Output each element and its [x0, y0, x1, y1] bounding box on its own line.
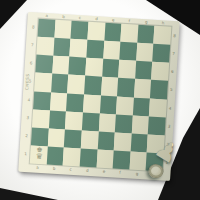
file-label-bottom: d [86, 169, 89, 173]
file-label-top: c [79, 16, 81, 20]
board-square [153, 44, 171, 63]
rank-label-left: 1 [24, 152, 27, 156]
board-photo: CHESS aabbccddeeffgghh8877665544332211 ♚… [0, 0, 200, 200]
board-square [84, 76, 102, 95]
board-square [32, 109, 50, 128]
board-square [114, 132, 132, 151]
rank-label-left: 4 [28, 98, 31, 102]
board-square [98, 113, 116, 132]
board-square [83, 94, 101, 113]
board-square [150, 80, 168, 99]
board-square [67, 75, 85, 94]
board-square [35, 55, 53, 74]
board-square [64, 129, 82, 148]
board-square [154, 26, 172, 45]
fallen-white-pawn: ♟ [146, 136, 175, 182]
board-square [132, 115, 150, 134]
board-square [82, 112, 100, 131]
file-label-top: b [62, 15, 65, 19]
board-square [148, 116, 166, 135]
board-square [97, 131, 115, 150]
rank-label-right: 5 [170, 88, 173, 92]
corner-crown-logo-icon: ♚ ♛ [32, 147, 47, 162]
board-square [54, 20, 72, 39]
board-square [87, 22, 105, 41]
rank-label-left: 8 [32, 25, 35, 29]
board-square [137, 25, 155, 44]
file-label-bottom: g [136, 172, 139, 176]
file-label-top: e [112, 18, 115, 22]
board-square [71, 21, 89, 40]
board-square [49, 110, 67, 129]
brand-text: CHESS [24, 48, 32, 90]
board-square [85, 58, 103, 77]
board-square [80, 148, 98, 167]
board-square [63, 147, 81, 166]
board-square [149, 98, 167, 117]
file-label-top: d [95, 17, 98, 21]
rank-label-left: 5 [29, 80, 32, 84]
board-square [31, 127, 49, 146]
board-square [102, 59, 120, 78]
rank-label-left: 7 [31, 43, 34, 47]
board-square [151, 62, 169, 81]
board-square [86, 40, 104, 59]
board-square [104, 23, 122, 42]
board-square [68, 57, 86, 76]
board-square [66, 93, 84, 112]
board-square [50, 92, 68, 111]
vinyl-chess-mat: CHESS aabbccddeeffgghh8877665544332211 ♚… [18, 12, 179, 181]
board-square [133, 97, 151, 116]
crown-icon: ♛ [35, 153, 43, 161]
rank-label-left: 6 [30, 62, 33, 66]
board-square [130, 133, 148, 152]
board-square [38, 19, 56, 38]
rank-label-right: 7 [172, 52, 175, 56]
file-label-bottom: b [53, 167, 56, 171]
board-square [116, 96, 134, 115]
board-square [113, 150, 131, 169]
board-square [119, 42, 137, 61]
board-square [65, 111, 83, 130]
board-square [134, 79, 152, 98]
board-square [129, 151, 147, 170]
board-square [33, 91, 51, 110]
board-square [53, 38, 71, 57]
board-square [51, 74, 69, 93]
file-label-top: g [145, 20, 148, 24]
rank-label-right: 8 [173, 34, 176, 38]
board-square [52, 56, 70, 75]
file-label-top: a [46, 14, 49, 18]
board-square [115, 114, 133, 133]
pawn-base-disc [148, 164, 164, 179]
board-square [117, 78, 135, 97]
rank-label-left: 2 [25, 134, 28, 138]
board-square [34, 73, 52, 92]
rank-label-right: 3 [168, 124, 171, 128]
file-label-top: h [162, 21, 165, 25]
file-label-bottom: e [103, 170, 106, 174]
board-square [47, 128, 65, 147]
board-square [103, 41, 121, 60]
board-square [101, 77, 119, 96]
board-square [36, 37, 54, 56]
board-square [46, 146, 64, 165]
board-square [81, 130, 99, 149]
file-label-bottom: c [69, 168, 71, 172]
board-square [118, 60, 136, 79]
board-square [120, 24, 138, 43]
file-label-bottom: f [119, 171, 121, 175]
rank-label-right: 4 [169, 106, 172, 110]
board-square [135, 61, 153, 80]
file-label-top: f [128, 19, 130, 23]
board-square [136, 43, 154, 62]
board-square [70, 39, 88, 58]
file-label-bottom: a [36, 166, 39, 170]
rank-label-right: 6 [171, 70, 174, 74]
board-square [99, 95, 117, 114]
board-square [96, 149, 114, 168]
rank-label-left: 3 [26, 116, 29, 120]
